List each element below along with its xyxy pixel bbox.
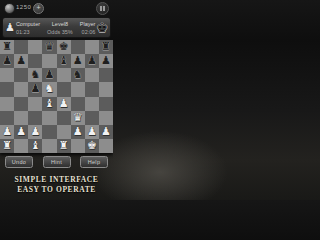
help-button[interactable]: Help xyxy=(80,156,108,168)
pause-icon xyxy=(100,6,102,11)
square-c4[interactable] xyxy=(28,97,42,111)
square-d7[interactable] xyxy=(42,54,56,68)
square-h1[interactable] xyxy=(99,139,113,153)
caption-line-2: EASY TO OPERATE xyxy=(0,185,113,195)
square-b8[interactable] xyxy=(14,40,28,54)
square-d6[interactable]: ♟ xyxy=(42,68,56,82)
coin-icon xyxy=(4,3,15,14)
black-rook[interactable]: ♜ xyxy=(101,40,111,54)
white-pawn-icon: ♟ xyxy=(5,22,15,34)
square-g2[interactable]: ♟ xyxy=(85,125,99,139)
white-rook[interactable]: ♜ xyxy=(2,139,12,153)
white-knight[interactable]: ♞ xyxy=(45,82,55,96)
square-e3[interactable] xyxy=(57,111,71,125)
square-e2[interactable] xyxy=(57,125,71,139)
square-a8[interactable]: ♜ xyxy=(0,40,14,54)
button-row: Undo Hint Help xyxy=(0,156,113,168)
white-pawn[interactable]: ♟ xyxy=(87,125,97,139)
white-rook[interactable]: ♜ xyxy=(59,139,69,153)
square-a7[interactable]: ♟ xyxy=(0,54,14,68)
level-label: Level8 xyxy=(47,20,73,28)
square-g1[interactable]: ♚ xyxy=(85,139,99,153)
square-h7[interactable]: ♟ xyxy=(99,54,113,68)
black-pawn[interactable]: ♟ xyxy=(101,54,111,68)
black-pawn[interactable]: ♟ xyxy=(30,82,40,96)
coin-count: 1250 xyxy=(16,4,31,10)
square-a5[interactable] xyxy=(0,82,14,96)
square-g5[interactable] xyxy=(85,82,99,96)
black-pawn[interactable]: ♟ xyxy=(16,54,26,68)
square-f3[interactable]: ♛ xyxy=(71,111,85,125)
square-g7[interactable]: ♟ xyxy=(85,54,99,68)
square-f8[interactable] xyxy=(71,40,85,54)
square-b4[interactable] xyxy=(14,97,28,111)
black-queen[interactable]: ♛ xyxy=(45,40,55,54)
square-b3[interactable] xyxy=(14,111,28,125)
square-e6[interactable] xyxy=(57,68,71,82)
odds-label: Odds 35% xyxy=(47,28,73,36)
square-b6[interactable] xyxy=(14,68,28,82)
black-pawn[interactable]: ♟ xyxy=(87,54,97,68)
black-pawn[interactable]: ♟ xyxy=(45,68,55,82)
white-pawn[interactable]: ♟ xyxy=(30,125,40,139)
square-f6[interactable]: ♞ xyxy=(71,68,85,82)
square-f5[interactable] xyxy=(71,82,85,96)
white-pawn[interactable]: ♟ xyxy=(16,125,26,139)
black-king[interactable]: ♚ xyxy=(59,40,69,54)
player-clock: 02:06 xyxy=(80,28,96,36)
square-e1[interactable]: ♜ xyxy=(57,139,71,153)
black-pawn[interactable]: ♟ xyxy=(73,54,83,68)
square-f1[interactable] xyxy=(71,139,85,153)
square-h3[interactable] xyxy=(99,111,113,125)
square-d5[interactable]: ♞ xyxy=(42,82,56,96)
add-coins-button[interactable]: + xyxy=(33,3,44,14)
top-bar: 1250 + xyxy=(0,0,113,16)
square-c2[interactable]: ♟ xyxy=(28,125,42,139)
marketing-caption: SIMPLE INTERFACE EASY TO OPERATE xyxy=(0,175,113,195)
white-pawn[interactable]: ♟ xyxy=(101,125,111,139)
player-label: Player xyxy=(80,20,96,28)
square-h2[interactable]: ♟ xyxy=(99,125,113,139)
pause-button[interactable] xyxy=(96,2,109,15)
square-c6[interactable]: ♞ xyxy=(28,68,42,82)
caption-line-1: SIMPLE INTERFACE xyxy=(0,175,113,185)
square-c7[interactable] xyxy=(28,54,42,68)
computer-label: Computer xyxy=(16,20,40,28)
square-h6[interactable] xyxy=(99,68,113,82)
square-d1[interactable] xyxy=(42,139,56,153)
white-king[interactable]: ♚ xyxy=(87,139,97,153)
square-c8[interactable] xyxy=(28,40,42,54)
chess-board: ♜♛♚♜♟♟♝♟♟♟♞♟♞♟♞♝♟♛♟♟♟♟♟♟♜♝♜♚ xyxy=(0,40,113,153)
square-e8[interactable]: ♚ xyxy=(57,40,71,54)
square-f2[interactable]: ♟ xyxy=(71,125,85,139)
square-h8[interactable]: ♜ xyxy=(99,40,113,54)
white-bishop[interactable]: ♝ xyxy=(30,139,40,153)
square-b2[interactable]: ♟ xyxy=(14,125,28,139)
square-b7[interactable]: ♟ xyxy=(14,54,28,68)
white-queen[interactable]: ♛ xyxy=(73,111,83,125)
square-a1[interactable]: ♜ xyxy=(0,139,14,153)
white-pawn[interactable]: ♟ xyxy=(2,125,12,139)
square-c5[interactable]: ♟ xyxy=(28,82,42,96)
white-pawn[interactable]: ♟ xyxy=(73,125,83,139)
square-a6[interactable] xyxy=(0,68,14,82)
black-king-icon: ♚ xyxy=(96,21,108,34)
black-rook[interactable]: ♜ xyxy=(2,40,12,54)
black-knight[interactable]: ♞ xyxy=(73,68,83,82)
square-e4[interactable]: ♟ xyxy=(57,97,71,111)
undo-button[interactable]: Undo xyxy=(5,156,33,168)
square-h5[interactable] xyxy=(99,82,113,96)
square-g6[interactable] xyxy=(85,68,99,82)
square-b1[interactable] xyxy=(14,139,28,153)
square-c1[interactable]: ♝ xyxy=(28,139,42,153)
game-info-panel: ♟ Computer 01:23 Level8 Odds 35% Player … xyxy=(2,17,111,38)
black-pawn[interactable]: ♟ xyxy=(2,54,12,68)
square-a3[interactable] xyxy=(0,111,14,125)
hint-button[interactable]: Hint xyxy=(43,156,71,168)
square-c3[interactable] xyxy=(28,111,42,125)
square-a4[interactable] xyxy=(0,97,14,111)
pause-icon xyxy=(103,6,105,11)
square-e7[interactable]: ♝ xyxy=(57,54,71,68)
square-f7[interactable]: ♟ xyxy=(71,54,85,68)
square-e5[interactable] xyxy=(57,82,71,96)
black-bishop[interactable]: ♝ xyxy=(59,54,69,68)
square-h4[interactable] xyxy=(99,97,113,111)
white-bishop[interactable]: ♝ xyxy=(45,97,55,111)
square-g4[interactable] xyxy=(85,97,99,111)
square-b5[interactable] xyxy=(14,82,28,96)
square-g3[interactable] xyxy=(85,111,99,125)
square-g8[interactable] xyxy=(85,40,99,54)
square-a2[interactable]: ♟ xyxy=(0,125,14,139)
computer-clock: 01:23 xyxy=(16,28,40,36)
square-d4[interactable]: ♝ xyxy=(42,97,56,111)
square-d2[interactable] xyxy=(42,125,56,139)
square-f4[interactable] xyxy=(71,97,85,111)
square-d3[interactable] xyxy=(42,111,56,125)
black-knight[interactable]: ♞ xyxy=(30,68,40,82)
white-pawn[interactable]: ♟ xyxy=(59,97,69,111)
square-d8[interactable]: ♛ xyxy=(42,40,56,54)
